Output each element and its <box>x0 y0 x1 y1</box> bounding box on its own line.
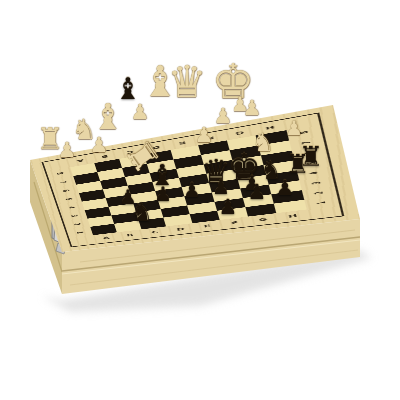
chess-box-product-photo: AABBCCDDEEFFGGHH1122334455667788 ♝♛♚♝♟♟♟… <box>0 0 400 400</box>
file-label-top-b: B <box>101 154 109 158</box>
file-label-top-f: F <box>207 136 215 141</box>
file-label-top-a: A <box>77 158 84 162</box>
file-label-top-e: E <box>179 141 186 145</box>
file-label-top-c: C <box>126 150 134 154</box>
